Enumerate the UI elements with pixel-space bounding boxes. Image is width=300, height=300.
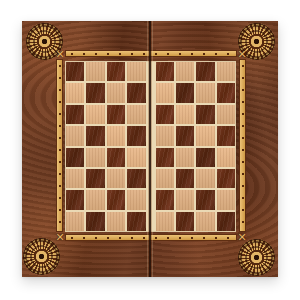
board-square — [176, 126, 194, 145]
board-square — [176, 169, 194, 188]
board-square — [86, 148, 104, 167]
board-square — [66, 126, 84, 145]
board-square — [66, 148, 84, 167]
board-square — [217, 190, 235, 209]
board-square — [156, 62, 174, 81]
board-square — [107, 126, 125, 145]
board-square — [107, 62, 125, 81]
product-photo-canvas: ✕ ✕ ✕ ✕ — [0, 0, 300, 300]
board-square — [217, 62, 235, 81]
board-square — [107, 105, 125, 124]
board-square — [156, 148, 174, 167]
board-square — [196, 190, 214, 209]
board-square — [156, 83, 174, 102]
board-square — [127, 169, 145, 188]
board-square — [217, 212, 235, 231]
board-square — [127, 83, 145, 102]
board-square — [107, 212, 125, 231]
board-square — [127, 62, 145, 81]
board-square — [86, 83, 104, 102]
board-fold-seam — [147, 21, 153, 277]
board-square — [86, 169, 104, 188]
border-corner-x-icon: ✕ — [54, 231, 66, 243]
border-corner-x-icon: ✕ — [54, 48, 66, 60]
board-square — [156, 212, 174, 231]
board-square — [156, 169, 174, 188]
border-corner-x-icon: ✕ — [236, 48, 248, 60]
board-square — [86, 62, 104, 81]
board-square — [176, 190, 194, 209]
inlay-border-right — [239, 59, 246, 232]
rosette-ornament-icon — [238, 239, 275, 276]
board-square — [196, 148, 214, 167]
board-square — [196, 212, 214, 231]
board-square — [66, 62, 84, 81]
board-square — [107, 190, 125, 209]
board-square — [127, 190, 145, 209]
board-square — [196, 169, 214, 188]
board-square — [156, 105, 174, 124]
board-square — [196, 105, 214, 124]
board-square — [86, 190, 104, 209]
inlay-border-left — [56, 59, 63, 232]
board-square — [176, 83, 194, 102]
board-square — [176, 148, 194, 167]
board-square — [176, 62, 194, 81]
board-square — [127, 105, 145, 124]
board-square — [176, 212, 194, 231]
board-square — [176, 105, 194, 124]
board-square — [66, 83, 84, 102]
board-square — [107, 169, 125, 188]
board-square — [66, 169, 84, 188]
board-square — [66, 190, 84, 209]
board-square — [217, 148, 235, 167]
chess-board-photo: ✕ ✕ ✕ ✕ — [22, 21, 278, 277]
board-square — [86, 212, 104, 231]
board-square — [217, 105, 235, 124]
board-square — [196, 126, 214, 145]
board-square — [107, 83, 125, 102]
board-square — [127, 212, 145, 231]
board-square — [127, 148, 145, 167]
rosette-ornament-icon — [23, 238, 60, 275]
board-square — [196, 83, 214, 102]
board-square — [86, 126, 104, 145]
board-square — [217, 126, 235, 145]
board-square — [66, 212, 84, 231]
board-square — [66, 105, 84, 124]
board-square — [86, 105, 104, 124]
board-square — [217, 169, 235, 188]
board-square — [217, 83, 235, 102]
board-square — [156, 190, 174, 209]
border-corner-x-icon: ✕ — [236, 231, 248, 243]
board-square — [107, 148, 125, 167]
board-square — [156, 126, 174, 145]
board-square — [127, 126, 145, 145]
board-square — [196, 62, 214, 81]
